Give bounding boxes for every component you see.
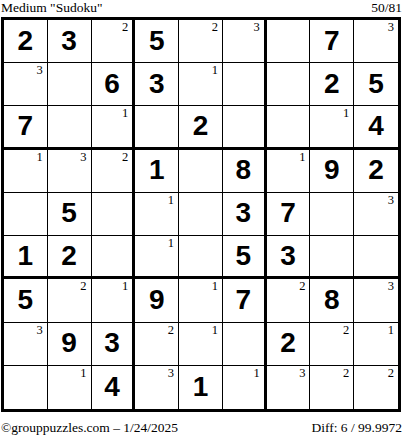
- cell-r9c5[interactable]: 1: [179, 366, 223, 409]
- cell-r9c2[interactable]: 1: [48, 366, 92, 409]
- cell-r7c8[interactable]: 8: [310, 279, 354, 322]
- difficulty-rating: Diff: 6 / 99.9972: [312, 420, 403, 435]
- given-digit: 2: [280, 329, 296, 357]
- cell-r5c6[interactable]: 3: [223, 193, 267, 236]
- pencil-mark: 1: [212, 279, 218, 293]
- cell-r3c6[interactable]: [223, 106, 267, 149]
- cell-r4c7[interactable]: 1: [267, 150, 311, 193]
- pencil-mark: 1: [80, 366, 86, 380]
- cell-r8c2[interactable]: 9: [48, 323, 92, 366]
- cell-r3c1[interactable]: 7: [4, 106, 48, 149]
- cell-r2c7[interactable]: [267, 63, 311, 106]
- copyright-date: ©grouppuzzles.com – 1/24/2025: [1, 420, 178, 435]
- pencil-mark: 1: [122, 279, 128, 293]
- cell-r2c9[interactable]: 5: [354, 63, 398, 106]
- cell-r4c1[interactable]: 1: [4, 150, 48, 193]
- given-digit: 2: [18, 27, 34, 55]
- cell-r5c9[interactable]: 3: [354, 193, 398, 236]
- pencil-mark: 2: [343, 366, 349, 380]
- given-digit: 3: [235, 199, 251, 227]
- given-digit: 1: [18, 242, 34, 270]
- given-digit: 5: [61, 199, 77, 227]
- cell-r5c8[interactable]: [310, 193, 354, 236]
- given-digit: 5: [18, 286, 34, 314]
- cell-r2c5[interactable]: 1: [179, 63, 223, 106]
- given-digit: 4: [368, 112, 384, 140]
- given-digit: 1: [149, 156, 165, 184]
- cell-r3c8[interactable]: 1: [310, 106, 354, 149]
- given-digit: 8: [324, 286, 340, 314]
- empty-cell-counter: 50/81: [371, 0, 402, 15]
- given-digit: 3: [149, 70, 165, 98]
- cell-r7c5[interactable]: 1: [179, 279, 223, 322]
- given-digit: 6: [104, 70, 120, 98]
- pencil-mark: 1: [299, 150, 305, 164]
- pencil-mark: 1: [168, 236, 174, 250]
- given-digit: 9: [149, 286, 165, 314]
- cell-r9c1[interactable]: [4, 366, 48, 409]
- cell-r5c1[interactable]: [4, 193, 48, 236]
- cell-r2c2[interactable]: [48, 63, 92, 106]
- cell-r1c6[interactable]: 3: [223, 20, 267, 63]
- given-digit: 7: [324, 27, 340, 55]
- given-digit: 1: [193, 373, 209, 401]
- cell-r2c4[interactable]: 3: [135, 63, 179, 106]
- cell-r8c7[interactable]: 2: [267, 323, 311, 366]
- cell-r7c1[interactable]: 5: [4, 279, 48, 322]
- cell-r4c2[interactable]: 3: [48, 150, 92, 193]
- cell-r9c8[interactable]: 2: [310, 366, 354, 409]
- given-digit: 9: [61, 329, 77, 357]
- cell-r6c9[interactable]: [354, 236, 398, 279]
- pencil-mark: 2: [80, 279, 86, 293]
- cell-r3c4[interactable]: [135, 106, 179, 149]
- cell-r7c6[interactable]: 7: [223, 279, 267, 322]
- cell-r7c9[interactable]: 3: [354, 279, 398, 322]
- cell-r1c7[interactable]: [267, 20, 311, 63]
- given-digit: 3: [280, 242, 296, 270]
- pencil-mark: 1: [253, 366, 259, 380]
- pencil-mark: 3: [253, 20, 259, 34]
- cell-r9c4[interactable]: 3: [135, 366, 179, 409]
- cell-r6c4[interactable]: 1: [135, 236, 179, 279]
- pencil-mark: 2: [388, 366, 394, 380]
- pencil-mark: 3: [299, 366, 305, 380]
- pencil-mark: 3: [80, 150, 86, 164]
- pencil-mark: 1: [168, 193, 174, 207]
- cell-r6c5[interactable]: [179, 236, 223, 279]
- cell-r9c3[interactable]: 4: [92, 366, 136, 409]
- cell-r1c8[interactable]: 7: [310, 20, 354, 63]
- footer: ©grouppuzzles.com – 1/24/2025 Diff: 6 / …: [0, 417, 403, 435]
- cell-r7c4[interactable]: 9: [135, 279, 179, 322]
- given-digit: 2: [193, 112, 209, 140]
- pencil-mark: 3: [37, 63, 43, 77]
- pencil-mark: 1: [388, 323, 394, 337]
- cell-r8c1[interactable]: 3: [4, 323, 48, 366]
- cell-r6c8[interactable]: [310, 236, 354, 279]
- cell-r2c3[interactable]: 6: [92, 63, 136, 106]
- pencil-mark: 1: [343, 106, 349, 120]
- cell-r8c9[interactable]: 1: [354, 323, 398, 366]
- cell-r1c3[interactable]: 2: [92, 20, 136, 63]
- cell-r1c9[interactable]: 3: [354, 20, 398, 63]
- given-digit: 9: [324, 156, 340, 184]
- cell-r9c9[interactable]: 2: [354, 366, 398, 409]
- pencil-mark: 3: [388, 193, 394, 207]
- pencil-mark: 1: [212, 323, 218, 337]
- cell-r8c8[interactable]: 2: [310, 323, 354, 366]
- cell-r6c2[interactable]: 2: [48, 236, 92, 279]
- cell-r8c3[interactable]: 3: [92, 323, 136, 366]
- cell-r2c1[interactable]: 3: [4, 63, 48, 106]
- given-digit: 2: [61, 242, 77, 270]
- pencil-mark: 1: [122, 106, 128, 120]
- pencil-mark: 3: [388, 20, 394, 34]
- cell-r3c2[interactable]: [48, 106, 92, 149]
- cell-r5c5[interactable]: [179, 193, 223, 236]
- given-digit: 4: [104, 373, 120, 401]
- cell-r2c6[interactable]: [223, 63, 267, 106]
- puzzle-title: Medium "Sudoku": [1, 0, 102, 15]
- cell-r3c5[interactable]: 2: [179, 106, 223, 149]
- cell-r6c1[interactable]: 1: [4, 236, 48, 279]
- cell-r7c7[interactable]: 2: [267, 279, 311, 322]
- cell-r6c3[interactable]: [92, 236, 136, 279]
- cell-r7c3[interactable]: 1: [92, 279, 136, 322]
- cell-r8c5[interactable]: 1: [179, 323, 223, 366]
- pencil-mark: 2: [299, 279, 305, 293]
- cell-r1c1[interactable]: 2: [4, 20, 48, 63]
- cell-r6c7[interactable]: 3: [267, 236, 311, 279]
- cell-r4c8[interactable]: 9: [310, 150, 354, 193]
- given-digit: 2: [324, 70, 340, 98]
- given-digit: 2: [368, 156, 384, 184]
- pencil-mark: 2: [122, 150, 128, 164]
- cell-r4c5[interactable]: [179, 150, 223, 193]
- cell-r1c4[interactable]: 5: [135, 20, 179, 63]
- given-digit: 5: [368, 70, 384, 98]
- pencil-mark: 1: [37, 150, 43, 164]
- pencil-mark: 2: [122, 20, 128, 34]
- cell-r4c9[interactable]: 2: [354, 150, 398, 193]
- cell-r2c8[interactable]: 2: [310, 63, 354, 106]
- cell-r8c6[interactable]: [223, 323, 267, 366]
- pencil-mark: 2: [343, 323, 349, 337]
- cell-r4c4[interactable]: 1: [135, 150, 179, 193]
- cell-r9c7[interactable]: 3: [267, 366, 311, 409]
- cell-r4c3[interactable]: 2: [92, 150, 136, 193]
- cell-r8c4[interactable]: 2: [135, 323, 179, 366]
- given-digit: 7: [235, 286, 251, 314]
- pencil-mark: 2: [212, 20, 218, 34]
- given-digit: 8: [235, 156, 251, 184]
- pencil-mark: 1: [212, 63, 218, 77]
- cell-r1c2[interactable]: 3: [48, 20, 92, 63]
- cell-r3c9[interactable]: 4: [354, 106, 398, 149]
- given-digit: 5: [149, 27, 165, 55]
- cell-r1c5[interactable]: 2: [179, 20, 223, 63]
- cell-r5c4[interactable]: 1: [135, 193, 179, 236]
- given-digit: 7: [280, 199, 296, 227]
- cell-r4c6[interactable]: 8: [223, 150, 267, 193]
- cell-r5c2[interactable]: 5: [48, 193, 92, 236]
- cell-r7c2[interactable]: 2: [48, 279, 92, 322]
- sudoku-board: 2325237336312571214132181925137312153521…: [1, 17, 401, 412]
- given-digit: 3: [104, 329, 120, 357]
- pencil-mark: 2: [168, 323, 174, 337]
- cell-r3c3[interactable]: 1: [92, 106, 136, 149]
- pencil-mark: 3: [388, 279, 394, 293]
- pencil-mark: 3: [168, 366, 174, 380]
- given-digit: 5: [235, 242, 251, 270]
- cell-r9c6[interactable]: 1: [223, 366, 267, 409]
- cell-r6c6[interactable]: 5: [223, 236, 267, 279]
- given-digit: 3: [61, 27, 77, 55]
- pencil-mark: 3: [37, 323, 43, 337]
- cell-r5c7[interactable]: 7: [267, 193, 311, 236]
- header: Medium "Sudoku" 50/81: [0, 0, 403, 17]
- cell-r3c7[interactable]: [267, 106, 311, 149]
- cell-r5c3[interactable]: [92, 193, 136, 236]
- given-digit: 7: [18, 112, 34, 140]
